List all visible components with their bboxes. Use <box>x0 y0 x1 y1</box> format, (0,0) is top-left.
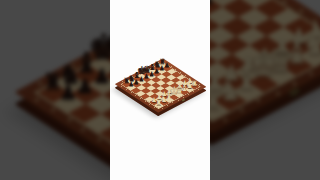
chess-piece-black-k: ♚ <box>137 66 147 77</box>
panel-right-enlarged-photo: ♜♞♝♛♚♝♞♜♟♟♟♟♟♟♟♟♟♟♟♟♟♟♟♟♜♞♝♛♚♝♞♜ <box>210 0 320 180</box>
video-frame: ♜♞♝♛♚♝♞♜♟♟♟♟♟♟♟♟♟♟♟♟♟♟♟♟♜♞♝♛♚♝♞♜ ♜♞♝♛♚♝♞… <box>0 0 320 180</box>
chess-piece-white-p: ♟ <box>172 86 178 92</box>
chess-piece-black-n: ♞ <box>58 59 82 86</box>
pieces-layer: ♜♞♝♛♚♝♞♜♟♟♟♟♟♟♟♟♟♟♟♟♟♟♟♟♜♞♝♛♚♝♞♜ <box>0 0 110 180</box>
chess-piece-black-r: ♜ <box>123 78 129 85</box>
chess-piece-black-n: ♞ <box>153 61 160 69</box>
chess-piece-black-b: ♝ <box>148 63 156 72</box>
chess-piece-black-p: ♟ <box>159 65 165 71</box>
chess-piece-white-p: ♟ <box>151 97 157 103</box>
chess-piece-white-p: ♟ <box>162 91 168 97</box>
right-blur-panel: ♜♞♝♛♚♝♞♜♟♟♟♟♟♟♟♟♟♟♟♟♟♟♟♟♜♞♝♛♚♝♞♜ <box>210 0 320 180</box>
chess-set-photo: ♜♞♝♛♚♝♞♜♟♟♟♟♟♟♟♟♟♟♟♟♟♟♟♟♜♞♝♛♚♝♞♜ <box>110 0 210 180</box>
chess-piece-white-p: ♟ <box>222 64 240 84</box>
chess-piece-white-p: ♟ <box>156 94 162 100</box>
chess-piece-black-p: ♟ <box>164 63 170 69</box>
chess-piece-white-b: ♝ <box>165 92 173 101</box>
chess-piece-black-n: ♞ <box>128 74 135 82</box>
chess-piece-black-p: ♟ <box>93 66 110 86</box>
chess-piece-white-p: ♟ <box>210 73 224 93</box>
chess-piece-black-p: ♟ <box>128 82 134 88</box>
chess-piece-white-b: ♝ <box>234 66 259 94</box>
chess-piece-black-b: ♝ <box>74 49 99 77</box>
chess-piece-white-n: ♞ <box>186 82 193 90</box>
chess-piece-white-p: ♟ <box>182 81 188 87</box>
chess-piece-white-b: ♝ <box>285 40 310 68</box>
chess-piece-white-p: ♟ <box>167 89 173 95</box>
chess-piece-black-p: ♟ <box>144 74 150 80</box>
chess-piece-white-k: ♚ <box>169 88 179 99</box>
chess-piece-white-b: ♝ <box>180 84 188 93</box>
left-blur-panel: ♜♞♝♛♚♝♞♜♟♟♟♟♟♟♟♟♟♟♟♟♟♟♟♟♜♞♝♛♚♝♞♜ <box>0 0 110 180</box>
chess-piece-white-r: ♜ <box>191 80 197 87</box>
chess-piece-white-n: ♞ <box>302 32 320 59</box>
chess-piece-black-r: ♜ <box>42 71 63 95</box>
chess-piece-black-p: ♟ <box>138 76 144 82</box>
chess-piece-white-p: ♟ <box>256 46 274 66</box>
chess-piece-black-k: ♚ <box>88 33 110 69</box>
chess-piece-white-k: ♚ <box>248 51 280 87</box>
panel-left-enlarged-photo: ♜♞♝♛♚♝♞♜♟♟♟♟♟♟♟♟♟♟♟♟♟♟♟♟♜♞♝♛♚♝♞♜ <box>0 0 110 180</box>
chess-piece-black-p: ♟ <box>76 75 94 95</box>
chess-piece-white-p: ♟ <box>187 78 193 84</box>
chess-piece-black-p: ♟ <box>210 0 215 7</box>
chess-piece-white-q: ♛ <box>175 86 184 96</box>
chess-piece-black-r: ♜ <box>159 59 165 66</box>
chess-piece-white-r: ♜ <box>155 99 161 106</box>
chess-piece-white-p: ♟ <box>290 28 308 48</box>
chess-piece-white-n: ♞ <box>218 77 242 104</box>
chess-piece-black-p: ♟ <box>154 68 160 74</box>
chess-piece-black-q: ♛ <box>142 64 151 74</box>
pieces-layer: ♜♞♝♛♚♝♞♜♟♟♟♟♟♟♟♟♟♟♟♟♟♟♟♟♜♞♝♛♚♝♞♜ <box>110 0 210 180</box>
chess-piece-black-p: ♟ <box>133 79 139 85</box>
chess-piece-white-p: ♟ <box>177 83 183 89</box>
chess-piece-black-b: ♝ <box>133 71 141 80</box>
pieces-layer: ♜♞♝♛♚♝♞♜♟♟♟♟♟♟♟♟♟♟♟♟♟♟♟♟♜♞♝♛♚♝♞♜ <box>210 0 320 180</box>
center-photo-strip: ♜♞♝♛♚♝♞♜♟♟♟♟♟♟♟♟♟♟♟♟♟♟♟♟♜♞♝♛♚♝♞♜ <box>110 0 210 180</box>
chess-piece-black-p: ♟ <box>149 71 155 77</box>
chess-piece-white-p: ♟ <box>307 19 320 39</box>
chess-piece-black-p: ♟ <box>59 84 77 104</box>
chess-piece-white-r: ♜ <box>210 89 223 113</box>
chess-piece-white-n: ♞ <box>160 95 167 103</box>
chess-piece-white-p: ♟ <box>239 55 257 75</box>
chess-piece-white-q: ♛ <box>266 44 296 77</box>
chess-piece-white-p: ♟ <box>273 37 291 57</box>
